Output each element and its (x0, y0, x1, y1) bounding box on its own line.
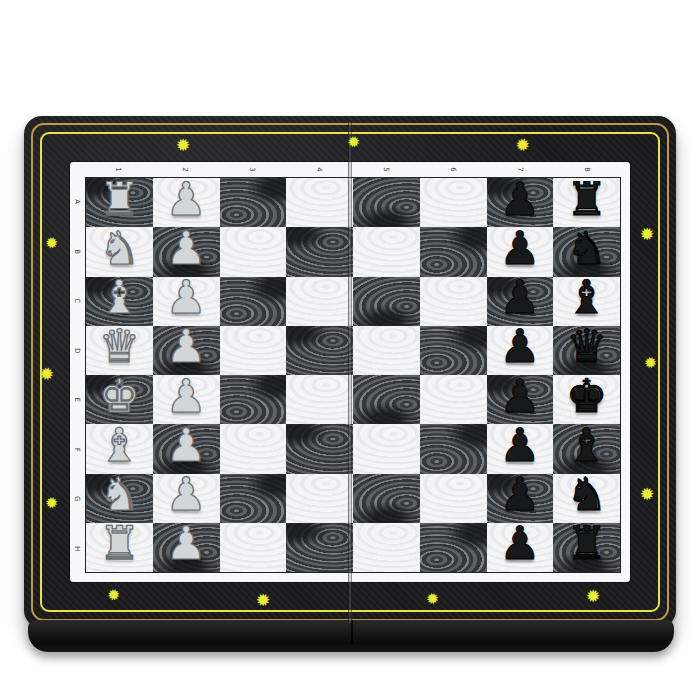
square-h6[interactable] (420, 523, 487, 572)
square-d8[interactable]: ♛ (553, 326, 620, 375)
black-rook[interactable]: ♜ (553, 174, 620, 223)
square-g6[interactable] (420, 474, 487, 523)
square-f4[interactable] (286, 424, 353, 473)
white-pawn[interactable]: ♟ (153, 273, 220, 322)
square-d7[interactable]: ♟ (487, 326, 554, 375)
white-rook[interactable]: ♜ (86, 519, 153, 568)
black-rook[interactable]: ♜ (553, 519, 620, 568)
square-h7[interactable]: ♟ (487, 523, 554, 572)
square-g7[interactable]: ♟ (487, 474, 554, 523)
black-bishop[interactable]: ♝ (553, 420, 620, 469)
square-h5[interactable] (353, 523, 420, 572)
square-b3[interactable] (220, 227, 287, 276)
star-icon: ✹ (174, 137, 192, 155)
square-f2[interactable]: ♟ (153, 424, 220, 473)
white-queen[interactable]: ♛ (86, 322, 153, 371)
square-g3[interactable] (220, 474, 287, 523)
photo-background: ✹ ✹ ✹ ✹ ✹ ✹ ✹ ✹ ✹ ✹ ✹ ✹ ✹ 12345678 ABCDE… (0, 0, 700, 700)
black-knight[interactable]: ♞ (553, 470, 620, 519)
square-b1[interactable]: ♞ (86, 227, 153, 276)
file-labels: ABCDEFGH (70, 177, 85, 573)
white-pawn[interactable]: ♟ (153, 420, 220, 469)
square-c6[interactable] (420, 277, 487, 326)
square-g4[interactable] (286, 474, 353, 523)
square-c7[interactable]: ♟ (487, 277, 554, 326)
black-bishop[interactable]: ♝ (553, 273, 620, 322)
white-pawn[interactable]: ♟ (153, 322, 220, 371)
white-knight[interactable]: ♞ (86, 470, 153, 519)
black-queen[interactable]: ♛ (553, 322, 620, 371)
square-a5[interactable] (353, 178, 420, 227)
square-f7[interactable]: ♟ (487, 424, 554, 473)
square-d1[interactable]: ♛ (86, 326, 153, 375)
star-icon: ✹ (638, 226, 656, 244)
white-king[interactable]: ♚ (86, 371, 153, 420)
square-g2[interactable]: ♟ (153, 474, 220, 523)
chess-board: ♜♟♟♜♞♟♟♞♝♟♟♝♛♟♟♛♚♟♟♚♝♟♟♝♞♟♟♞♜♟♟♜ (85, 177, 621, 573)
square-e7[interactable]: ♟ (487, 375, 554, 424)
black-pawn[interactable]: ♟ (487, 174, 554, 223)
square-d6[interactable] (420, 326, 487, 375)
black-pawn[interactable]: ♟ (487, 420, 554, 469)
black-king[interactable]: ♚ (553, 371, 620, 420)
square-g1[interactable]: ♞ (86, 474, 153, 523)
star-icon: ✹ (584, 588, 602, 606)
square-a7[interactable]: ♟ (487, 178, 554, 227)
square-e5[interactable] (353, 375, 420, 424)
square-d5[interactable] (353, 326, 420, 375)
square-b4[interactable] (286, 227, 353, 276)
star-icon: ✹ (422, 590, 443, 611)
fold-seam (348, 121, 352, 623)
white-rook[interactable]: ♜ (86, 174, 153, 223)
white-pawn[interactable]: ♟ (153, 223, 220, 272)
square-f1[interactable]: ♝ (86, 424, 153, 473)
square-h2[interactable]: ♟ (153, 523, 220, 572)
white-bishop[interactable]: ♝ (86, 420, 153, 469)
square-e8[interactable]: ♚ (553, 375, 620, 424)
case-side (28, 620, 674, 652)
square-h4[interactable] (286, 523, 353, 572)
square-h8[interactable]: ♜ (553, 523, 620, 572)
square-e2[interactable]: ♟ (153, 375, 220, 424)
square-d3[interactable] (220, 326, 287, 375)
case-side-seam (351, 620, 353, 644)
square-b7[interactable]: ♟ (487, 227, 554, 276)
square-h3[interactable] (220, 523, 287, 572)
square-e1[interactable]: ♚ (86, 375, 153, 424)
star-icon: ✹ (254, 592, 272, 610)
black-pawn[interactable]: ♟ (487, 223, 554, 272)
black-pawn[interactable]: ♟ (487, 322, 554, 371)
star-icon: ✹ (40, 494, 63, 517)
square-b8[interactable]: ♞ (553, 227, 620, 276)
square-a3[interactable] (220, 178, 287, 227)
square-f6[interactable] (420, 424, 487, 473)
square-a6[interactable] (420, 178, 487, 227)
square-f5[interactable] (353, 424, 420, 473)
star-icon: ✹ (342, 133, 365, 156)
square-d2[interactable]: ♟ (153, 326, 220, 375)
star-icon: ✹ (102, 586, 125, 609)
square-g5[interactable] (353, 474, 420, 523)
square-h1[interactable]: ♜ (86, 523, 153, 572)
white-pawn[interactable]: ♟ (153, 470, 220, 519)
star-icon: ✹ (640, 354, 661, 375)
square-c5[interactable] (353, 277, 420, 326)
star-icon: ✹ (638, 486, 656, 504)
black-pawn[interactable]: ♟ (487, 273, 554, 322)
star-icon: ✹ (512, 135, 533, 156)
black-pawn[interactable]: ♟ (487, 519, 554, 568)
square-d4[interactable] (286, 326, 353, 375)
square-b6[interactable] (420, 227, 487, 276)
black-knight[interactable]: ♞ (553, 223, 620, 272)
square-e3[interactable] (220, 375, 287, 424)
chess-case: ✹ ✹ ✹ ✹ ✹ ✹ ✹ ✹ ✹ ✹ ✹ ✹ ✹ 12345678 ABCDE… (24, 116, 676, 628)
square-a8[interactable]: ♜ (553, 178, 620, 227)
white-pawn[interactable]: ♟ (153, 174, 220, 223)
black-pawn[interactable]: ♟ (487, 470, 554, 519)
square-b2[interactable]: ♟ (153, 227, 220, 276)
square-e4[interactable] (286, 375, 353, 424)
square-c1[interactable]: ♝ (86, 277, 153, 326)
white-knight[interactable]: ♞ (86, 223, 153, 272)
white-pawn[interactable]: ♟ (153, 519, 220, 568)
square-e6[interactable] (420, 375, 487, 424)
square-c2[interactable]: ♟ (153, 277, 220, 326)
square-c3[interactable] (220, 277, 287, 326)
white-pawn[interactable]: ♟ (153, 371, 220, 420)
square-b5[interactable] (353, 227, 420, 276)
square-f3[interactable] (220, 424, 287, 473)
square-a1[interactable]: ♜ (86, 178, 153, 227)
square-a4[interactable] (286, 178, 353, 227)
black-pawn[interactable]: ♟ (487, 371, 554, 420)
square-c4[interactable] (286, 277, 353, 326)
square-c8[interactable]: ♝ (553, 277, 620, 326)
square-f8[interactable]: ♝ (553, 424, 620, 473)
square-a2[interactable]: ♟ (153, 178, 220, 227)
square-g8[interactable]: ♞ (553, 474, 620, 523)
white-bishop[interactable]: ♝ (86, 273, 153, 322)
star-icon: ✹ (36, 364, 57, 385)
